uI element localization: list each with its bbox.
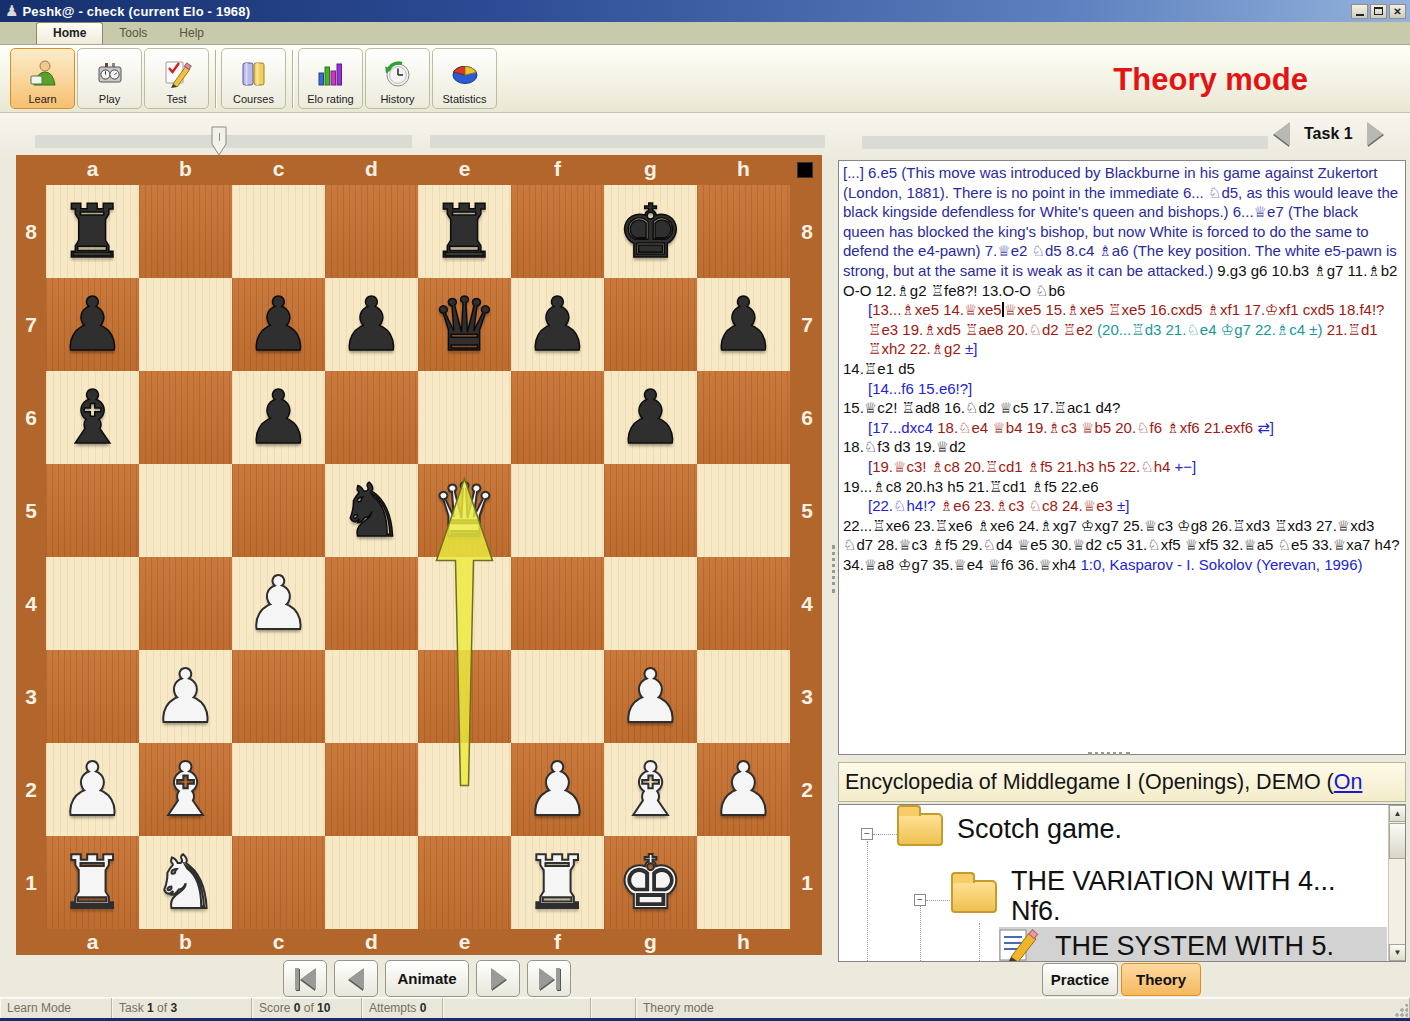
notation-paragraph: 14.♖e1 d5 bbox=[843, 359, 1401, 379]
elo-rating-button[interactable]: Elo rating bbox=[298, 48, 363, 109]
black-bishop-piece[interactable]: ♝ bbox=[59, 371, 125, 464]
board-grid: ♜♜♚♟♟♟♛♟♟♝♟♟♞♛♟♟♟♟♝♟♝♟♜♞♜♚ bbox=[46, 185, 790, 929]
vertical-splitter-handle[interactable] bbox=[832, 545, 835, 593]
coordinate-label: 5 bbox=[16, 464, 46, 557]
coordinate-label: b bbox=[139, 930, 232, 954]
notation-segment: 13...♗xe5 14.♕xe5 bbox=[872, 301, 1001, 318]
coordinate-label: b bbox=[139, 157, 232, 181]
next-task-button[interactable] bbox=[1367, 122, 1383, 146]
coordinate-label: 8 bbox=[792, 185, 822, 278]
square-b8[interactable] bbox=[139, 185, 232, 278]
square-e1[interactable] bbox=[418, 836, 511, 929]
square-c7[interactable]: ♟ bbox=[232, 278, 325, 371]
square-a4[interactable] bbox=[46, 557, 139, 650]
square-h8[interactable] bbox=[697, 185, 790, 278]
app-icon: ♟ bbox=[5, 1, 18, 21]
notation-segment: [17...dxc4 bbox=[868, 419, 937, 436]
black-knight-piece[interactable]: ♞ bbox=[338, 464, 404, 557]
task-progress-track[interactable] bbox=[862, 136, 1268, 149]
coordinate-label: 6 bbox=[792, 371, 822, 464]
coordinate-label: 7 bbox=[16, 278, 46, 371]
maximize-button[interactable] bbox=[1370, 4, 1387, 19]
notation-segment: 18.♘e4 ♕b4 19.♗c3 ♕b5 20.♘f6 ♗xf6 21.exf… bbox=[937, 419, 1257, 436]
black-pawn-piece[interactable]: ♟ bbox=[245, 278, 311, 371]
black-king-piece[interactable]: ♚ bbox=[617, 185, 683, 278]
square-e2[interactable] bbox=[418, 743, 511, 836]
tab-home[interactable]: Home bbox=[36, 22, 103, 44]
notation-segment: ±] bbox=[1117, 497, 1129, 514]
notation-segment: 15.♕c2! ♖ad8 16.♘d2 ♕c5 17.♖ac1 d4? bbox=[843, 399, 1120, 416]
coordinate-label: 4 bbox=[792, 557, 822, 650]
coordinate-label: d bbox=[325, 930, 418, 954]
white-pawn-piece[interactable]: ♟ bbox=[245, 557, 311, 650]
tab-help[interactable]: Help bbox=[163, 23, 220, 44]
coordinate-label: c bbox=[232, 930, 325, 954]
test-icon bbox=[162, 59, 192, 93]
learn-icon bbox=[28, 59, 58, 93]
tab-tools[interactable]: Tools bbox=[103, 23, 163, 44]
square-h6[interactable] bbox=[697, 371, 790, 464]
scroll-up-button[interactable]: ▲ bbox=[1389, 805, 1406, 822]
tree-guide bbox=[926, 900, 954, 901]
square-d8[interactable] bbox=[325, 185, 418, 278]
square-e5[interactable]: ♛ bbox=[418, 464, 511, 557]
statistics-label: Statistics bbox=[442, 93, 486, 105]
notation-paragraph: 15.♕c2! ♖ad8 16.♘d2 ♕c5 17.♖ac1 d4? bbox=[843, 398, 1401, 418]
collapse-box[interactable]: − bbox=[914, 894, 926, 906]
coordinate-label: 4 bbox=[16, 557, 46, 650]
notation-paragraph: [...] 6.e5 (This move was introduced by … bbox=[843, 163, 1401, 300]
animate-button[interactable]: Animate bbox=[385, 960, 469, 997]
play-label: Play bbox=[99, 93, 120, 105]
square-b6[interactable] bbox=[139, 371, 232, 464]
coordinate-label: e bbox=[418, 930, 511, 954]
coordinate-label: d bbox=[325, 157, 418, 181]
statistics-button[interactable]: Statistics bbox=[432, 48, 497, 109]
notation-segment: (20...♖d3 21.♘e4 ♔g7 22.♗c4 ±) bbox=[1097, 321, 1322, 338]
square-d6[interactable] bbox=[325, 371, 418, 464]
square-b7[interactable] bbox=[139, 278, 232, 371]
square-h2[interactable]: ♟ bbox=[697, 743, 790, 836]
test-button[interactable]: Test bbox=[144, 48, 209, 109]
black-pawn-piece[interactable]: ♟ bbox=[617, 371, 683, 464]
square-f2[interactable]: ♟ bbox=[511, 743, 604, 836]
square-e7[interactable]: ♛ bbox=[418, 278, 511, 371]
theory-mode-banner: Theory mode bbox=[1113, 62, 1308, 98]
square-c8[interactable] bbox=[232, 185, 325, 278]
practice-button[interactable]: Practice bbox=[1042, 963, 1118, 996]
horizontal-splitter-handle[interactable] bbox=[1088, 752, 1130, 756]
white-bishop-piece[interactable]: ♝ bbox=[617, 743, 683, 836]
square-c2[interactable] bbox=[232, 743, 325, 836]
square-f3[interactable] bbox=[511, 650, 604, 743]
square-f8[interactable] bbox=[511, 185, 604, 278]
notation-segment: +−] bbox=[1175, 458, 1197, 475]
square-e8[interactable]: ♜ bbox=[418, 185, 511, 278]
black-pawn-piece[interactable]: ♟ bbox=[59, 278, 125, 371]
tree-item-0[interactable]: Scotch game. bbox=[897, 813, 1122, 846]
square-e4[interactable] bbox=[418, 557, 511, 650]
coordinate-label: c bbox=[232, 157, 325, 181]
square-f7[interactable]: ♟ bbox=[511, 278, 604, 371]
theory-notation-panel[interactable]: [...] 6.e5 (This move was introduced by … bbox=[838, 160, 1406, 755]
coordinate-label: g bbox=[604, 157, 697, 181]
notation-segment: ⇄] bbox=[1257, 419, 1274, 436]
white-bishop-piece[interactable]: ♝ bbox=[152, 743, 218, 836]
coordinate-label: 2 bbox=[16, 743, 46, 836]
black-pawn-piece[interactable]: ♟ bbox=[245, 371, 311, 464]
coordinate-label: 1 bbox=[16, 836, 46, 929]
black-rook-piece[interactable]: ♜ bbox=[431, 185, 497, 278]
coordinate-label: a bbox=[46, 157, 139, 181]
coordinate-label: 2 bbox=[792, 743, 822, 836]
coordinate-label: f bbox=[511, 157, 604, 181]
status-panel-0: Learn Mode bbox=[0, 998, 112, 1018]
square-f4[interactable] bbox=[511, 557, 604, 650]
status-panel-5 bbox=[591, 998, 636, 1018]
coordinate-label: 5 bbox=[792, 464, 822, 557]
coordinate-label: 3 bbox=[16, 650, 46, 743]
notation-segment: [22.♘h4!? bbox=[868, 497, 940, 514]
coordinate-label: g bbox=[604, 930, 697, 954]
course-tree: Scotch game.THE VARIATION WITH 4... Nf6.… bbox=[838, 804, 1406, 962]
tree-item-label: THE VARIATION WITH 4... Nf6. bbox=[1011, 867, 1381, 926]
tree-item-1[interactable]: THE VARIATION WITH 4... Nf6. bbox=[951, 867, 1381, 926]
notation-paragraph: 22...♖xe6 23.♖xe6 ♗xe6 24.♗xg7 ♔xg7 25.♕… bbox=[843, 516, 1401, 575]
square-g6[interactable]: ♟ bbox=[604, 371, 697, 464]
previous-task-button[interactable] bbox=[1274, 122, 1290, 146]
tree-item-2[interactable]: THE SYSTEM WITH 5. bbox=[999, 927, 1387, 962]
square-c6[interactable]: ♟ bbox=[232, 371, 325, 464]
white-king-piece[interactable]: ♚ bbox=[617, 836, 683, 929]
square-a3[interactable] bbox=[46, 650, 139, 743]
square-g7[interactable] bbox=[604, 278, 697, 371]
square-f1[interactable]: ♜ bbox=[511, 836, 604, 929]
square-b4[interactable] bbox=[139, 557, 232, 650]
previous-move-button[interactable] bbox=[334, 960, 378, 997]
statistics-icon bbox=[450, 59, 480, 93]
square-h1[interactable] bbox=[697, 836, 790, 929]
black-pawn-piece[interactable]: ♟ bbox=[524, 278, 590, 371]
square-e3[interactable] bbox=[418, 650, 511, 743]
notation-paragraph: [19.♕c3! ♗c8 20.♖cd1 ♗f5 21.h3 h5 22.♘h4… bbox=[843, 457, 1401, 477]
status-panel-3: Attempts 0 bbox=[362, 998, 443, 1018]
document-pencil-icon bbox=[999, 927, 1041, 962]
side-to-move-indicator bbox=[797, 162, 813, 178]
black-rook-piece[interactable]: ♜ bbox=[59, 185, 125, 278]
notation-segment: ♗e6 23.♗c3 ♘c8 24.♕e3 bbox=[940, 497, 1117, 514]
square-g3[interactable]: ♟ bbox=[604, 650, 697, 743]
coordinate-label: 6 bbox=[16, 371, 46, 464]
square-g5[interactable] bbox=[604, 464, 697, 557]
encyclopedia-header: Encyclopedia of Middlegame I (Openings),… bbox=[838, 762, 1406, 802]
square-b2[interactable]: ♝ bbox=[139, 743, 232, 836]
test-label: Test bbox=[166, 93, 186, 105]
elo-rating-label: Elo rating bbox=[307, 93, 353, 105]
square-d2[interactable] bbox=[325, 743, 418, 836]
square-h3[interactable] bbox=[697, 650, 790, 743]
history-button[interactable]: History bbox=[365, 48, 430, 109]
play-button[interactable]: Play bbox=[77, 48, 142, 109]
status-panel-6: Theory mode bbox=[636, 998, 1410, 1018]
square-b1[interactable]: ♞ bbox=[139, 836, 232, 929]
square-a5[interactable] bbox=[46, 464, 139, 557]
square-c3[interactable] bbox=[232, 650, 325, 743]
coordinate-label: 1 bbox=[792, 836, 822, 929]
notation-segment: 18.♘f3 d3 19.♕d2 bbox=[843, 438, 966, 455]
elo-rating-icon bbox=[316, 59, 346, 93]
board-navigation: Animate bbox=[283, 960, 571, 997]
square-f6[interactable] bbox=[511, 371, 604, 464]
square-c5[interactable] bbox=[232, 464, 325, 557]
square-d5[interactable]: ♞ bbox=[325, 464, 418, 557]
square-a6[interactable]: ♝ bbox=[46, 371, 139, 464]
coordinate-label: h bbox=[697, 930, 790, 954]
notation-segment: 19...♗c8 20.h3 h5 21.♖cd1 ♗f5 22.e6 bbox=[843, 478, 1099, 495]
white-rook-piece[interactable]: ♜ bbox=[524, 836, 590, 929]
coordinate-label: 8 bbox=[16, 185, 46, 278]
square-c1[interactable] bbox=[232, 836, 325, 929]
white-rook-piece[interactable]: ♜ bbox=[59, 836, 125, 929]
history-label: History bbox=[380, 93, 414, 105]
notation-paragraph: 19...♗c8 20.h3 h5 21.♖cd1 ♗f5 22.e6 bbox=[843, 477, 1401, 497]
white-knight-piece[interactable]: ♞ bbox=[152, 836, 218, 929]
tree-item-label: THE SYSTEM WITH 5. bbox=[1055, 932, 1334, 962]
square-g2[interactable]: ♝ bbox=[604, 743, 697, 836]
encyclopedia-link[interactable]: On bbox=[1334, 770, 1363, 795]
square-d3[interactable] bbox=[325, 650, 418, 743]
coordinate-label: f bbox=[511, 930, 604, 954]
square-h4[interactable] bbox=[697, 557, 790, 650]
notation-paragraph: [14...f6 15.e6!?] bbox=[843, 379, 1401, 399]
courses-button[interactable]: Courses bbox=[221, 48, 286, 109]
square-g4[interactable] bbox=[604, 557, 697, 650]
white-pawn-piece[interactable]: ♟ bbox=[710, 743, 776, 836]
task-label: Task 1 bbox=[1304, 125, 1353, 143]
status-panel-4 bbox=[443, 998, 591, 1018]
square-a8[interactable]: ♜ bbox=[46, 185, 139, 278]
white-pawn-piece[interactable]: ♟ bbox=[617, 650, 683, 743]
square-h7[interactable]: ♟ bbox=[697, 278, 790, 371]
tree-guide bbox=[920, 905, 921, 961]
status-bar: Learn ModeTask 1 of 3Score 0 of 10Attemp… bbox=[0, 997, 1410, 1018]
courses-label: Courses bbox=[233, 93, 274, 105]
square-f5[interactable] bbox=[511, 464, 604, 557]
square-g1[interactable]: ♚ bbox=[604, 836, 697, 929]
coordinate-label: 3 bbox=[792, 650, 822, 743]
black-queen-piece[interactable]: ♛ bbox=[431, 278, 497, 371]
white-queen-piece[interactable]: ♛ bbox=[431, 464, 497, 557]
history-icon bbox=[383, 59, 413, 93]
play-icon bbox=[95, 59, 125, 93]
notation-segment: 14.♖e1 d5 bbox=[843, 360, 915, 377]
courses-icon bbox=[239, 59, 269, 93]
encyclopedia-title: Encyclopedia of Middlegame I (Openings),… bbox=[845, 770, 1334, 795]
square-e6[interactable] bbox=[418, 371, 511, 464]
folder-icon bbox=[951, 880, 997, 913]
sub-toolbar-strip: Task 1 bbox=[0, 113, 1410, 155]
minimize-button[interactable] bbox=[1351, 4, 1368, 19]
status-panel-1: Task 1 of 3 bbox=[112, 998, 252, 1018]
notation-paragraph: [17...dxc4 18.♘e4 ♕b4 19.♗c3 ♕b5 20.♘f6 … bbox=[843, 418, 1401, 438]
tree-guide bbox=[867, 841, 868, 961]
square-d7[interactable]: ♟ bbox=[325, 278, 418, 371]
square-b3[interactable]: ♟ bbox=[139, 650, 232, 743]
last-move-button[interactable] bbox=[527, 960, 571, 997]
white-pawn-piece[interactable]: ♟ bbox=[59, 743, 125, 836]
chess-board: ♜♜♚♟♟♟♛♟♟♝♟♟♞♛♟♟♟♟♝♟♝♟♜♞♜♚ aabbccddeeffg… bbox=[16, 155, 822, 955]
square-d1[interactable] bbox=[325, 836, 418, 929]
square-b5[interactable] bbox=[139, 464, 232, 557]
close-button[interactable]: ✕ bbox=[1389, 4, 1406, 19]
square-a7[interactable]: ♟ bbox=[46, 278, 139, 371]
square-h5[interactable] bbox=[697, 464, 790, 557]
notation-paragraph: [13...♗xe5 14.♕xe5♕xe5 15.♗xe5 ♖xe5 16.c… bbox=[843, 300, 1401, 359]
tree-scrollbar[interactable]: ▲ ▼ bbox=[1388, 805, 1405, 961]
black-pawn-piece[interactable]: ♟ bbox=[710, 278, 776, 371]
square-a1[interactable]: ♜ bbox=[46, 836, 139, 929]
coordinate-label: h bbox=[697, 157, 790, 181]
notation-segment: 19.♕c3! ♗c8 20.♖cd1 ♗f5 21.h3 h5 22.♘h4 bbox=[872, 458, 1174, 475]
notation-segment: ±] bbox=[965, 340, 977, 357]
notation-paragraph: [22.♘h4!? ♗e6 23.♗c3 ♘c8 24.♕e3 ±] bbox=[843, 496, 1401, 516]
next-move-button[interactable] bbox=[476, 960, 520, 997]
menu-bar: Home Tools Help bbox=[0, 22, 1410, 45]
tree-item-label: Scotch game. bbox=[957, 815, 1122, 845]
title-bar: ♟ Peshk@ - check (current Elo - 1968) ✕ bbox=[0, 0, 1410, 22]
coordinate-label: a bbox=[46, 930, 139, 954]
collapse-box[interactable]: − bbox=[861, 828, 873, 840]
white-pawn-piece[interactable]: ♟ bbox=[524, 743, 590, 836]
coordinate-label: 7 bbox=[792, 278, 822, 371]
coordinate-label: e bbox=[418, 157, 511, 181]
tree-guide bbox=[979, 923, 980, 961]
black-pawn-piece[interactable]: ♟ bbox=[338, 278, 404, 371]
resize-grip[interactable] bbox=[1394, 1004, 1408, 1018]
progress-track-right[interactable] bbox=[430, 135, 825, 148]
scrollbar-thumb[interactable] bbox=[1389, 823, 1406, 859]
square-c4[interactable]: ♟ bbox=[232, 557, 325, 650]
learn-label: Learn bbox=[28, 93, 56, 105]
scroll-down-button[interactable]: ▼ bbox=[1389, 944, 1406, 961]
first-move-button[interactable] bbox=[283, 960, 327, 997]
notation-segment: [14...f6 15.e6!?] bbox=[868, 380, 972, 397]
toolbar-separator bbox=[215, 50, 217, 108]
status-panel-2: Score 0 of 10 bbox=[252, 998, 362, 1018]
window-title: Peshk@ - check (current Elo - 1968) bbox=[22, 4, 250, 19]
notation-segment: 1:0, Kasparov - I. Sokolov (Yerevan, 199… bbox=[1080, 556, 1362, 573]
theory-button[interactable]: Theory bbox=[1121, 963, 1201, 996]
folder-icon bbox=[897, 813, 943, 846]
square-g8[interactable]: ♚ bbox=[604, 185, 697, 278]
square-a2[interactable]: ♟ bbox=[46, 743, 139, 836]
square-d4[interactable] bbox=[325, 557, 418, 650]
learn-button[interactable]: Learn bbox=[10, 48, 75, 109]
white-pawn-piece[interactable]: ♟ bbox=[152, 650, 218, 743]
toolbar-separator bbox=[292, 50, 294, 108]
notation-paragraph: 18.♘f3 d3 19.♕d2 bbox=[843, 437, 1401, 457]
